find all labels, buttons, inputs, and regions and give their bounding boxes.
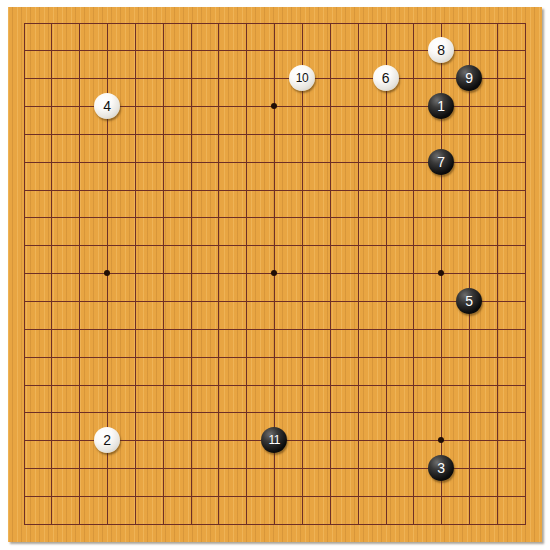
- grid-line-vertical: [386, 23, 387, 525]
- star-point: [104, 270, 110, 276]
- stone-white-6: 6: [373, 65, 399, 91]
- star-point: [438, 270, 444, 276]
- grid-line-horizontal: [24, 524, 526, 525]
- star-point: [271, 103, 277, 109]
- grid-line-vertical: [497, 23, 498, 525]
- stone-white-10: 10: [289, 65, 315, 91]
- grid-line-vertical: [358, 23, 359, 525]
- stone-black-7: 7: [428, 149, 454, 175]
- grid-line-horizontal: [24, 301, 526, 302]
- star-point: [438, 437, 444, 443]
- grid-line-vertical: [469, 23, 470, 525]
- grid-line-vertical: [330, 23, 331, 525]
- stone-black-11: 11: [261, 427, 287, 453]
- grid-line-horizontal: [24, 329, 526, 330]
- grid-line-horizontal: [24, 357, 526, 358]
- grid-line-horizontal: [24, 412, 526, 413]
- stone-black-5: 5: [456, 288, 482, 314]
- grid-line-horizontal: [24, 496, 526, 497]
- diagram-background: 1234567891011: [0, 0, 550, 550]
- grid-line-vertical: [413, 23, 414, 525]
- stone-white-8: 8: [428, 37, 454, 63]
- stone-black-9: 9: [456, 65, 482, 91]
- stone-black-3: 3: [428, 455, 454, 481]
- grid-line-vertical: [302, 23, 303, 525]
- grid-line-horizontal: [24, 385, 526, 386]
- star-point: [271, 270, 277, 276]
- stone-black-1: 1: [428, 93, 454, 119]
- grid-line-vertical: [525, 23, 526, 525]
- go-board: 1234567891011: [8, 7, 542, 542]
- stone-white-2: 2: [94, 427, 120, 453]
- stone-white-4: 4: [94, 93, 120, 119]
